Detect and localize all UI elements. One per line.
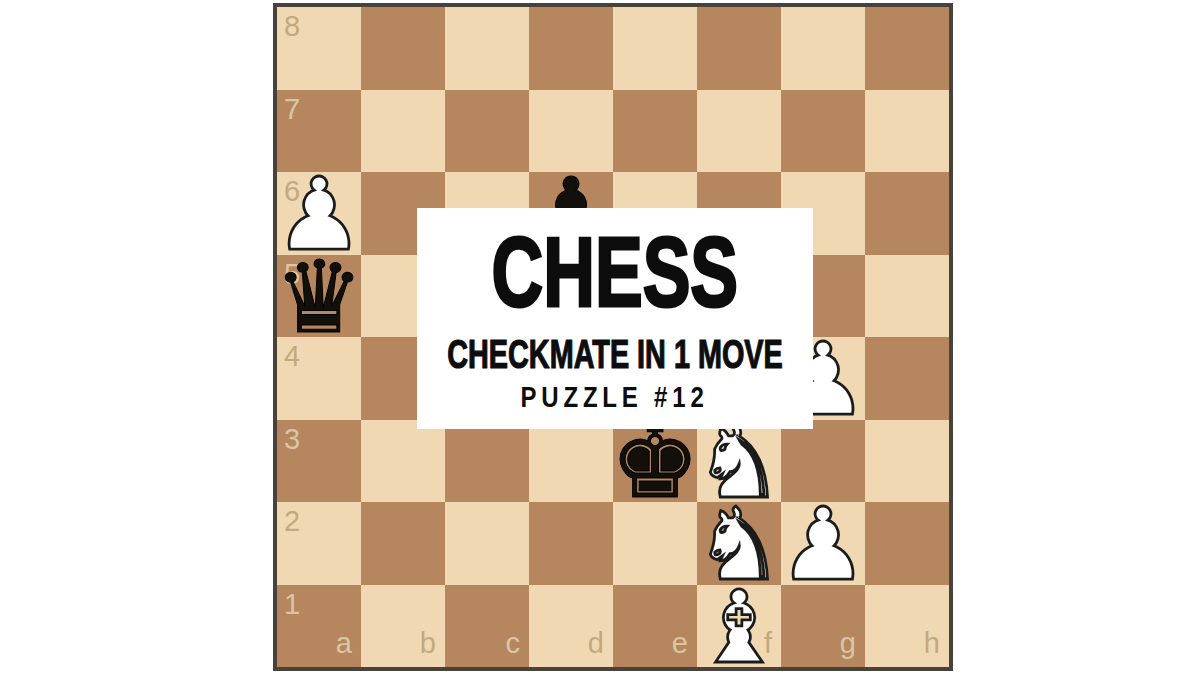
square-c1[interactable]: c [445, 585, 529, 668]
square-a2[interactable]: 2 [277, 502, 361, 585]
white-knight-f2: ♞ [697, 504, 781, 587]
square-e3[interactable]: ♚ [613, 420, 697, 503]
rank-label-7: 7 [284, 95, 300, 124]
square-h2[interactable] [865, 502, 949, 585]
file-label-c: c [506, 629, 521, 658]
square-b1[interactable]: b [361, 585, 445, 668]
square-b8[interactable] [361, 7, 445, 90]
square-g3[interactable] [781, 420, 865, 503]
title-card: CHESS CHECKMATE IN 1 MOVE PUZZLE #12 [417, 208, 813, 429]
square-d1[interactable]: d [529, 585, 613, 668]
square-d8[interactable] [529, 7, 613, 90]
rank-label-8: 8 [284, 12, 300, 41]
rank-label-6: 6 [284, 177, 300, 206]
square-h5[interactable] [865, 255, 949, 338]
square-h6[interactable] [865, 172, 949, 255]
square-c2[interactable] [445, 502, 529, 585]
square-f3[interactable]: ♞ [697, 420, 781, 503]
black-queen-a5: ♛ [277, 257, 361, 340]
file-label-a: a [336, 629, 352, 658]
rank-label-4: 4 [284, 342, 300, 371]
square-c8[interactable] [445, 7, 529, 90]
square-e1[interactable]: e [613, 585, 697, 668]
square-a7[interactable]: 7 [277, 90, 361, 173]
square-c3[interactable] [445, 420, 529, 503]
square-h3[interactable] [865, 420, 949, 503]
rank-label-5: 5 [284, 260, 300, 289]
square-d3[interactable] [529, 420, 613, 503]
square-a4[interactable]: 4 [277, 337, 361, 420]
file-label-b: b [420, 629, 436, 658]
white-knight-f3: ♞ [697, 422, 781, 505]
file-label-d: d [588, 629, 604, 658]
square-g2[interactable]: ♟ [781, 502, 865, 585]
square-d7[interactable] [529, 90, 613, 173]
rank-label-1: 1 [284, 590, 300, 619]
square-f8[interactable] [697, 7, 781, 90]
rank-label-3: 3 [284, 425, 300, 454]
white-pawn-a6: ♟ [277, 174, 361, 257]
square-f7[interactable] [697, 90, 781, 173]
square-g7[interactable] [781, 90, 865, 173]
card-title: CHESS [492, 233, 738, 311]
white-pawn-g2: ♟ [781, 504, 865, 587]
square-g8[interactable] [781, 7, 865, 90]
card-subtitle: CHECKMATE IN 1 MOVE [447, 334, 782, 374]
square-e7[interactable] [613, 90, 697, 173]
square-a3[interactable]: 3 [277, 420, 361, 503]
rank-label-2: 2 [284, 507, 300, 536]
square-b3[interactable] [361, 420, 445, 503]
white-bishop-f1: ♝ [697, 587, 781, 670]
square-e8[interactable] [613, 7, 697, 90]
file-label-e: e [672, 629, 688, 658]
square-a1[interactable]: 1a [277, 585, 361, 668]
chess-puzzle-graphic: { "game": "chess", "title_card": { "titl… [0, 0, 1200, 675]
square-a5[interactable]: 5♛ [277, 255, 361, 338]
square-d2[interactable] [529, 502, 613, 585]
file-label-h: h [924, 629, 940, 658]
square-e2[interactable] [613, 502, 697, 585]
square-a6[interactable]: 6♟ [277, 172, 361, 255]
square-h1[interactable]: h [865, 585, 949, 668]
square-h7[interactable] [865, 90, 949, 173]
square-f1[interactable]: f♝ [697, 585, 781, 668]
square-a8[interactable]: 8 [277, 7, 361, 90]
black-king-e3: ♚ [613, 422, 697, 505]
square-b7[interactable] [361, 90, 445, 173]
card-puzzle-label: PUZZLE #12 [521, 382, 709, 412]
file-label-g: g [840, 629, 856, 658]
square-h4[interactable] [865, 337, 949, 420]
square-c7[interactable] [445, 90, 529, 173]
square-b2[interactable] [361, 502, 445, 585]
square-f2[interactable]: ♞ [697, 502, 781, 585]
square-h8[interactable] [865, 7, 949, 90]
square-g1[interactable]: g [781, 585, 865, 668]
file-label-f: f [764, 629, 772, 658]
